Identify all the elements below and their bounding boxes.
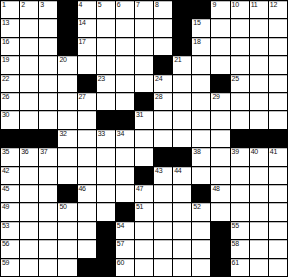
cell-r5c7[interactable] (116, 75, 134, 92)
cell-r11c1[interactable]: 45 (1, 185, 19, 202)
cell-r6c4[interactable] (58, 93, 76, 110)
clue-number-47: 47 (136, 185, 143, 193)
cell-r13c8[interactable] (135, 222, 153, 239)
block-cell-r7c6 (97, 111, 115, 128)
cell-r2c5[interactable]: 14 (78, 19, 96, 36)
cell-r14c2[interactable] (20, 240, 38, 257)
cell-r14c3[interactable] (39, 240, 57, 257)
cell-r14c11[interactable] (192, 240, 210, 257)
clue-number-10: 10 (232, 1, 239, 9)
cell-r4c14[interactable] (250, 56, 268, 73)
cell-r3c15[interactable] (269, 38, 287, 55)
cell-r7c3[interactable] (39, 111, 57, 128)
cell-r5c11[interactable] (192, 75, 210, 92)
clue-number-42: 42 (2, 167, 9, 175)
cell-r14c5[interactable] (78, 240, 96, 257)
cell-r13c11[interactable] (192, 222, 210, 239)
cell-r6c12[interactable]: 29 (211, 93, 229, 110)
block-cell-r1c11 (192, 1, 210, 18)
cell-r12c9[interactable] (154, 203, 172, 220)
cell-r14c1[interactable]: 56 (1, 240, 19, 257)
cell-r15c1[interactable]: 59 (1, 259, 19, 276)
cell-r3c2[interactable] (20, 38, 38, 55)
cell-r1c7[interactable]: 6 (116, 1, 134, 18)
cell-r10c13[interactable] (231, 167, 249, 184)
cell-r5c10[interactable] (173, 75, 191, 92)
cell-r13c10[interactable] (173, 222, 191, 239)
cell-r7c12[interactable] (211, 111, 229, 128)
cell-r3c5[interactable]: 17 (78, 38, 96, 55)
cell-r13c9[interactable] (154, 222, 172, 239)
clue-number-46: 46 (79, 185, 86, 193)
cell-r5c8[interactable] (135, 75, 153, 92)
cell-r2c7[interactable] (116, 19, 134, 36)
cell-r6c14[interactable] (250, 93, 268, 110)
cell-r8c9[interactable] (154, 130, 172, 147)
cell-r1c1[interactable]: 1 (1, 1, 19, 18)
cell-r12c4[interactable]: 50 (58, 203, 76, 220)
cell-r13c15[interactable] (269, 222, 287, 239)
block-cell-r11c4 (58, 185, 76, 202)
cell-r9c11[interactable]: 38 (192, 148, 210, 165)
clue-number-7: 7 (136, 1, 140, 9)
cell-r11c5[interactable]: 46 (78, 185, 96, 202)
cell-r8c8[interactable] (135, 130, 153, 147)
clue-number-32: 32 (59, 130, 66, 138)
cell-r13c13[interactable]: 55 (231, 222, 249, 239)
clue-number-28: 28 (155, 93, 162, 101)
block-cell-r1c4 (58, 1, 76, 18)
crossword-puzzle: 1234567891011121314151617181920212223242… (0, 0, 288, 277)
cell-r12c5[interactable] (78, 203, 96, 220)
block-cell-r2c4 (58, 19, 76, 36)
cell-r12c10[interactable] (173, 203, 191, 220)
cell-r4c12[interactable] (211, 56, 229, 73)
cell-r4c4[interactable]: 20 (58, 56, 76, 73)
cell-r11c9[interactable] (154, 185, 172, 202)
cell-r9c6[interactable] (97, 148, 115, 165)
cell-r11c7[interactable] (116, 185, 134, 202)
clue-number-18: 18 (193, 38, 200, 46)
block-cell-r15c5 (78, 259, 96, 276)
cell-r9c3[interactable]: 37 (39, 148, 57, 165)
clue-number-24: 24 (155, 75, 162, 83)
cell-r10c3[interactable] (39, 167, 57, 184)
block-cell-r15c6 (97, 259, 115, 276)
cell-r11c10[interactable] (173, 185, 191, 202)
cell-r13c2[interactable] (20, 222, 38, 239)
block-cell-r8c3 (39, 130, 57, 147)
block-cell-r8c14 (250, 130, 268, 147)
cell-r12c11[interactable]: 52 (192, 203, 210, 220)
cell-r8c10[interactable] (173, 130, 191, 147)
cell-r10c6[interactable] (97, 167, 115, 184)
cell-r15c10[interactable] (173, 259, 191, 276)
cell-r6c2[interactable] (20, 93, 38, 110)
clue-number-1: 1 (2, 1, 6, 9)
cell-r15c3[interactable] (39, 259, 57, 276)
clue-number-49: 49 (2, 203, 9, 211)
clue-number-20: 20 (59, 56, 66, 64)
clue-number-60: 60 (117, 259, 124, 267)
clue-number-31: 31 (136, 111, 143, 119)
block-cell-r4c9 (154, 56, 172, 73)
cell-r8c5[interactable] (78, 130, 96, 147)
cell-r5c6[interactable]: 23 (97, 75, 115, 92)
block-cell-r14c6 (97, 240, 115, 257)
clue-number-56: 56 (2, 240, 9, 248)
cell-r7c9[interactable] (154, 111, 172, 128)
cell-r11c6[interactable] (97, 185, 115, 202)
clue-number-16: 16 (2, 38, 9, 46)
cell-r1c14[interactable]: 11 (250, 1, 268, 18)
cell-r5c14[interactable] (250, 75, 268, 92)
cell-r12c6[interactable] (97, 203, 115, 220)
clue-number-59: 59 (2, 259, 9, 267)
clue-number-40: 40 (251, 148, 258, 156)
cell-r2c11[interactable]: 15 (192, 19, 210, 36)
cell-r13c5[interactable] (78, 222, 96, 239)
cell-r7c11[interactable] (192, 111, 210, 128)
cell-r12c14[interactable] (250, 203, 268, 220)
cell-r5c15[interactable] (269, 75, 287, 92)
cell-r10c2[interactable] (20, 167, 38, 184)
cell-r10c5[interactable] (78, 167, 96, 184)
cell-r1c15[interactable]: 12 (269, 1, 287, 18)
block-cell-r12c7 (116, 203, 134, 220)
cell-r13c4[interactable] (58, 222, 76, 239)
clue-number-25: 25 (232, 75, 239, 83)
cell-r2c1[interactable]: 13 (1, 19, 19, 36)
cell-r3c7[interactable] (116, 38, 134, 55)
cell-r3c12[interactable] (211, 38, 229, 55)
cell-r2c2[interactable] (20, 19, 38, 36)
clue-number-9: 9 (212, 1, 216, 9)
cell-r10c1[interactable]: 42 (1, 167, 19, 184)
cell-r9c15[interactable]: 41 (269, 148, 287, 165)
cell-r12c2[interactable] (20, 203, 38, 220)
block-cell-r1c10 (173, 1, 191, 18)
cell-r12c3[interactable] (39, 203, 57, 220)
cell-r13c7[interactable]: 54 (116, 222, 134, 239)
block-cell-r8c13 (231, 130, 249, 147)
cell-r10c7[interactable] (116, 167, 134, 184)
cell-r2c14[interactable] (250, 19, 268, 36)
cell-r4c13[interactable] (231, 56, 249, 73)
cell-r15c4[interactable] (58, 259, 76, 276)
cell-r9c2[interactable]: 36 (20, 148, 38, 165)
clue-number-19: 19 (2, 56, 9, 64)
cell-r4c11[interactable] (192, 56, 210, 73)
cell-r5c1[interactable]: 22 (1, 75, 19, 92)
cell-r4c5[interactable] (78, 56, 96, 73)
cell-r5c2[interactable] (20, 75, 38, 92)
cell-r9c13[interactable]: 39 (231, 148, 249, 165)
cell-r1c12[interactable]: 9 (211, 1, 229, 18)
clue-number-3: 3 (40, 1, 44, 9)
cell-r8c6[interactable]: 33 (97, 130, 115, 147)
clue-number-38: 38 (193, 148, 200, 156)
clue-number-14: 14 (79, 19, 86, 27)
cell-r3c8[interactable] (135, 38, 153, 55)
cell-r9c1[interactable]: 35 (1, 148, 19, 165)
clue-number-11: 11 (251, 1, 258, 9)
cell-r14c9[interactable] (154, 240, 172, 257)
clue-number-33: 33 (98, 130, 105, 138)
block-cell-r9c9 (154, 148, 172, 165)
cell-r14c15[interactable] (269, 240, 287, 257)
block-cell-r6c8 (135, 93, 153, 110)
cell-r6c13[interactable] (231, 93, 249, 110)
cell-r11c8[interactable]: 47 (135, 185, 153, 202)
cell-r7c13[interactable] (231, 111, 249, 128)
cell-r4c2[interactable] (20, 56, 38, 73)
cell-r10c12[interactable] (211, 167, 229, 184)
cell-r5c4[interactable] (58, 75, 76, 92)
clue-number-57: 57 (117, 240, 124, 248)
block-cell-r3c10 (173, 38, 191, 55)
clue-number-30: 30 (2, 111, 9, 119)
cell-r3c11[interactable]: 18 (192, 38, 210, 55)
cell-r10c11[interactable] (192, 167, 210, 184)
cell-r6c3[interactable] (39, 93, 57, 110)
cell-r11c12[interactable]: 48 (211, 185, 229, 202)
cell-r1c13[interactable]: 10 (231, 1, 249, 18)
clue-number-39: 39 (232, 148, 239, 156)
cell-r3c1[interactable]: 16 (1, 38, 19, 55)
clue-number-61: 61 (232, 259, 239, 267)
cell-r14c4[interactable] (58, 240, 76, 257)
cell-r4c6[interactable] (97, 56, 115, 73)
clue-number-41: 41 (270, 148, 277, 156)
cell-r15c13[interactable]: 61 (231, 259, 249, 276)
block-cell-r9c10 (173, 148, 191, 165)
clue-number-51: 51 (136, 203, 143, 211)
clue-number-50: 50 (59, 203, 66, 211)
clue-number-22: 22 (2, 75, 9, 83)
clue-number-21: 21 (174, 56, 181, 64)
clue-number-58: 58 (232, 240, 239, 248)
cell-r6c6[interactable] (97, 93, 115, 110)
cell-r9c14[interactable]: 40 (250, 148, 268, 165)
cell-r14c13[interactable]: 58 (231, 240, 249, 257)
block-cell-r3c4 (58, 38, 76, 55)
cell-r4c3[interactable] (39, 56, 57, 73)
cell-r2c12[interactable] (211, 19, 229, 36)
cell-r4c7[interactable] (116, 56, 134, 73)
cell-r1c6[interactable]: 5 (97, 1, 115, 18)
cell-r2c8[interactable] (135, 19, 153, 36)
cell-r8c12[interactable] (211, 130, 229, 147)
cell-r9c8[interactable] (135, 148, 153, 165)
clue-number-44: 44 (174, 167, 181, 175)
cell-r1c8[interactable]: 7 (135, 1, 153, 18)
clue-number-6: 6 (117, 1, 121, 9)
cell-r13c1[interactable]: 53 (1, 222, 19, 239)
clue-number-37: 37 (40, 148, 47, 156)
clue-number-55: 55 (232, 222, 239, 230)
block-cell-r8c1 (1, 130, 19, 147)
cell-r14c8[interactable] (135, 240, 153, 257)
cell-r11c3[interactable] (39, 185, 57, 202)
cell-r12c13[interactable] (231, 203, 249, 220)
cell-r14c10[interactable] (173, 240, 191, 257)
clue-number-2: 2 (21, 1, 25, 9)
block-cell-r14c12 (211, 240, 229, 257)
cell-r10c15[interactable] (269, 167, 287, 184)
cell-r4c15[interactable] (269, 56, 287, 73)
block-cell-r5c5 (78, 75, 96, 92)
cell-r4c8[interactable] (135, 56, 153, 73)
cell-r7c14[interactable] (250, 111, 268, 128)
cell-r1c9[interactable]: 8 (154, 1, 172, 18)
cell-r15c15[interactable] (269, 259, 287, 276)
clue-number-36: 36 (21, 148, 28, 156)
cell-r7c2[interactable] (20, 111, 38, 128)
clue-number-26: 26 (2, 93, 9, 101)
cell-r6c15[interactable] (269, 93, 287, 110)
clue-number-45: 45 (2, 185, 9, 193)
clue-number-4: 4 (79, 1, 83, 9)
clue-number-8: 8 (155, 1, 159, 9)
clue-number-54: 54 (117, 222, 124, 230)
clue-number-48: 48 (212, 185, 219, 193)
cell-r7c5[interactable] (78, 111, 96, 128)
cell-r1c3[interactable]: 3 (39, 1, 57, 18)
cell-r15c11[interactable] (192, 259, 210, 276)
cell-r6c5[interactable]: 27 (78, 93, 96, 110)
cell-r3c13[interactable] (231, 38, 249, 55)
cell-r15c2[interactable] (20, 259, 38, 276)
cell-r13c3[interactable] (39, 222, 57, 239)
cell-r6c10[interactable] (173, 93, 191, 110)
clue-number-29: 29 (212, 93, 219, 101)
block-cell-r7c7 (116, 111, 134, 128)
clue-number-43: 43 (155, 167, 162, 175)
cell-r7c1[interactable]: 30 (1, 111, 19, 128)
crossword-grid: 1234567891011121314151617181920212223242… (0, 0, 288, 277)
clue-number-13: 13 (2, 19, 9, 27)
cell-r2c13[interactable] (231, 19, 249, 36)
clue-number-23: 23 (98, 75, 105, 83)
cell-r9c4[interactable] (58, 148, 76, 165)
cell-r3c9[interactable] (154, 38, 172, 55)
cell-r3c3[interactable] (39, 38, 57, 55)
cell-r12c12[interactable] (211, 203, 229, 220)
clue-number-15: 15 (193, 19, 200, 27)
block-cell-r8c2 (20, 130, 38, 147)
clue-number-27: 27 (79, 93, 86, 101)
clue-number-53: 53 (2, 222, 9, 230)
cell-r5c13[interactable]: 25 (231, 75, 249, 92)
block-cell-r5c12 (211, 75, 229, 92)
cell-r10c14[interactable] (250, 167, 268, 184)
cell-r13c14[interactable] (250, 222, 268, 239)
cell-r11c2[interactable] (20, 185, 38, 202)
cell-r4c10[interactable]: 21 (173, 56, 191, 73)
cell-r9c5[interactable] (78, 148, 96, 165)
cell-r6c7[interactable] (116, 93, 134, 110)
cell-r9c7[interactable] (116, 148, 134, 165)
cell-r5c9[interactable]: 24 (154, 75, 172, 92)
block-cell-r11c11 (192, 185, 210, 202)
cell-r15c9[interactable] (154, 259, 172, 276)
cell-r15c8[interactable] (135, 259, 153, 276)
cell-r12c1[interactable]: 49 (1, 203, 19, 220)
cell-r2c15[interactable] (269, 19, 287, 36)
cell-r1c2[interactable]: 2 (20, 1, 38, 18)
cell-r6c9[interactable]: 28 (154, 93, 172, 110)
cell-r9c12[interactable] (211, 148, 229, 165)
clue-number-5: 5 (98, 1, 102, 9)
cell-r6c1[interactable]: 26 (1, 93, 19, 110)
cell-r11c15[interactable] (269, 185, 287, 202)
cell-r3c14[interactable] (250, 38, 268, 55)
cell-r7c8[interactable]: 31 (135, 111, 153, 128)
cell-r4c1[interactable]: 19 (1, 56, 19, 73)
clue-number-52: 52 (193, 203, 200, 211)
cell-r10c9[interactable]: 43 (154, 167, 172, 184)
cell-r5c3[interactable] (39, 75, 57, 92)
block-cell-r13c6 (97, 222, 115, 239)
cell-r15c7[interactable]: 60 (116, 259, 134, 276)
cell-r12c15[interactable] (269, 203, 287, 220)
clue-number-34: 34 (117, 130, 124, 138)
cell-r11c13[interactable] (231, 185, 249, 202)
cell-r8c4[interactable]: 32 (58, 130, 76, 147)
cell-r7c15[interactable] (269, 111, 287, 128)
cell-r10c10[interactable]: 44 (173, 167, 191, 184)
block-cell-r8c15 (269, 130, 287, 147)
cell-r3c6[interactable] (97, 38, 115, 55)
cell-r11c14[interactable] (250, 185, 268, 202)
cell-r10c4[interactable] (58, 167, 76, 184)
cell-r2c3[interactable] (39, 19, 57, 36)
block-cell-r2c10 (173, 19, 191, 36)
cell-r7c4[interactable] (58, 111, 76, 128)
block-cell-r13c12 (211, 222, 229, 239)
cell-r6c11[interactable] (192, 93, 210, 110)
cell-r7c10[interactable] (173, 111, 191, 128)
cell-r1c5[interactable]: 4 (78, 1, 96, 18)
cell-r12c8[interactable]: 51 (135, 203, 153, 220)
cell-r2c6[interactable] (97, 19, 115, 36)
block-cell-r15c12 (211, 259, 229, 276)
cell-r15c14[interactable] (250, 259, 268, 276)
cell-r14c14[interactable] (250, 240, 268, 257)
clue-number-35: 35 (2, 148, 9, 156)
cell-r14c7[interactable]: 57 (116, 240, 134, 257)
clue-number-12: 12 (270, 1, 277, 9)
clue-number-17: 17 (79, 38, 86, 46)
cell-r8c11[interactable] (192, 130, 210, 147)
cell-r2c9[interactable] (154, 19, 172, 36)
cell-r8c7[interactable]: 34 (116, 130, 134, 147)
block-cell-r10c8 (135, 167, 153, 184)
